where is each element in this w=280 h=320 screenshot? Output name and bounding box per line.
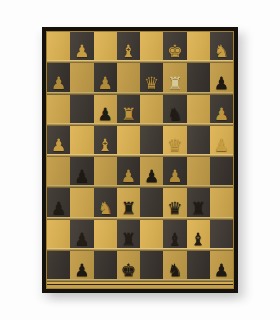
square-h2	[210, 220, 233, 251]
square-h6: ♟	[210, 95, 233, 126]
square-a4	[47, 157, 70, 188]
gold-pawn: ♟	[74, 43, 89, 60]
square-a3: ♟	[47, 188, 70, 219]
square-h4	[210, 157, 233, 188]
board-trim: ♟♝♚♞♟♟♛♜♟♟♜♞♟♟♝♛♟♟♟♟♟♟♞♜♛♜♟♜♝♝♟♚♞♟	[46, 31, 234, 289]
square-h3	[210, 188, 233, 219]
gold-bishop: ♝	[121, 43, 136, 60]
gold-pawn: ♟	[98, 75, 113, 92]
gold-queen: ♛	[167, 137, 182, 154]
square-g3: ♜	[187, 188, 210, 219]
square-e2	[140, 220, 163, 251]
product-photo: ♟♝♚♞♟♟♛♜♟♟♜♞♟♟♝♛♟♟♟♟♟♟♞♜♛♜♟♜♝♝♟♚♞♟	[0, 0, 280, 320]
square-a8	[47, 32, 70, 63]
square-a1	[47, 251, 70, 282]
square-c5: ♝	[94, 126, 117, 157]
gold-pawn: ♟	[214, 106, 229, 123]
square-c4	[94, 157, 117, 188]
black-queen: ♛	[167, 200, 182, 217]
square-c7: ♟	[94, 63, 117, 94]
square-d4: ♟	[117, 157, 140, 188]
gold-pawn: ♟	[121, 168, 136, 185]
square-h8: ♞	[210, 32, 233, 63]
square-b6	[70, 95, 93, 126]
square-a2	[47, 220, 70, 251]
square-b4: ♟	[70, 157, 93, 188]
square-f1: ♞	[163, 251, 186, 282]
square-c1	[94, 251, 117, 282]
square-f3: ♛	[163, 188, 186, 219]
black-pawn: ♟	[98, 106, 113, 123]
square-d8: ♝	[117, 32, 140, 63]
black-rook: ♜	[191, 200, 206, 217]
black-knight: ♞	[167, 262, 182, 279]
square-d2: ♜	[117, 220, 140, 251]
gold-pawn: ♟	[167, 168, 182, 185]
black-pawn: ♟	[214, 75, 229, 92]
square-g5	[187, 126, 210, 157]
square-e1	[140, 251, 163, 282]
square-f4: ♟	[163, 157, 186, 188]
black-rook: ♜	[121, 200, 136, 217]
gold-pawn: ♟	[51, 137, 66, 154]
gold-pawn: ♟	[51, 75, 66, 92]
square-a5: ♟	[47, 126, 70, 157]
square-e7: ♛	[140, 63, 163, 94]
black-king: ♚	[121, 262, 136, 279]
square-g1	[187, 251, 210, 282]
board-frame: ♟♝♚♞♟♟♛♜♟♟♜♞♟♟♝♛♟♟♟♟♟♟♞♜♛♜♟♜♝♝♟♚♞♟	[42, 27, 238, 293]
square-g4	[187, 157, 210, 188]
black-pawn: ♟	[214, 262, 229, 279]
square-f2: ♝	[163, 220, 186, 251]
square-b1: ♟	[70, 251, 93, 282]
square-b2: ♟	[70, 220, 93, 251]
black-pawn: ♟	[144, 168, 159, 185]
square-g7	[187, 63, 210, 94]
black-pawn: ♟	[74, 262, 89, 279]
square-f7: ♜	[163, 63, 186, 94]
board-plinth	[47, 282, 233, 288]
square-a6	[47, 95, 70, 126]
gold-king: ♚	[167, 43, 182, 60]
square-c6: ♟	[94, 95, 117, 126]
black-bishop: ♝	[167, 231, 182, 248]
square-d7	[117, 63, 140, 94]
gold-knight: ♞	[98, 200, 113, 217]
gold-rook: ♜	[167, 75, 182, 92]
gold-knight: ♞	[214, 43, 229, 60]
square-c2	[94, 220, 117, 251]
square-f8: ♚	[163, 32, 186, 63]
square-b5	[70, 126, 93, 157]
square-b8: ♟	[70, 32, 93, 63]
square-e5	[140, 126, 163, 157]
square-a7: ♟	[47, 63, 70, 94]
gold-bishop: ♝	[98, 137, 113, 154]
black-pawn: ♟	[74, 231, 89, 248]
black-knight: ♞	[167, 106, 182, 123]
square-g6	[187, 95, 210, 126]
square-b7	[70, 63, 93, 94]
black-bishop: ♝	[191, 231, 206, 248]
square-h7: ♟	[210, 63, 233, 94]
gold-pawn: ♟	[214, 137, 229, 154]
gold-queen: ♛	[144, 75, 159, 92]
square-h1: ♟	[210, 251, 233, 282]
chessboard: ♟♝♚♞♟♟♛♜♟♟♜♞♟♟♝♛♟♟♟♟♟♟♞♜♛♜♟♜♝♝♟♚♞♟	[47, 32, 233, 282]
black-rook: ♜	[121, 231, 136, 248]
square-c3: ♞	[94, 188, 117, 219]
square-d5	[117, 126, 140, 157]
square-e6	[140, 95, 163, 126]
square-e4: ♟	[140, 157, 163, 188]
square-f5: ♛	[163, 126, 186, 157]
square-d1: ♚	[117, 251, 140, 282]
square-b3	[70, 188, 93, 219]
square-g2: ♝	[187, 220, 210, 251]
black-pawn: ♟	[74, 168, 89, 185]
black-pawn: ♟	[51, 200, 66, 217]
square-g8	[187, 32, 210, 63]
square-h5: ♟	[210, 126, 233, 157]
square-d6: ♜	[117, 95, 140, 126]
square-f6: ♞	[163, 95, 186, 126]
square-e8	[140, 32, 163, 63]
square-e3	[140, 188, 163, 219]
square-c8	[94, 32, 117, 63]
gold-rook: ♜	[121, 106, 136, 123]
square-d3: ♜	[117, 188, 140, 219]
